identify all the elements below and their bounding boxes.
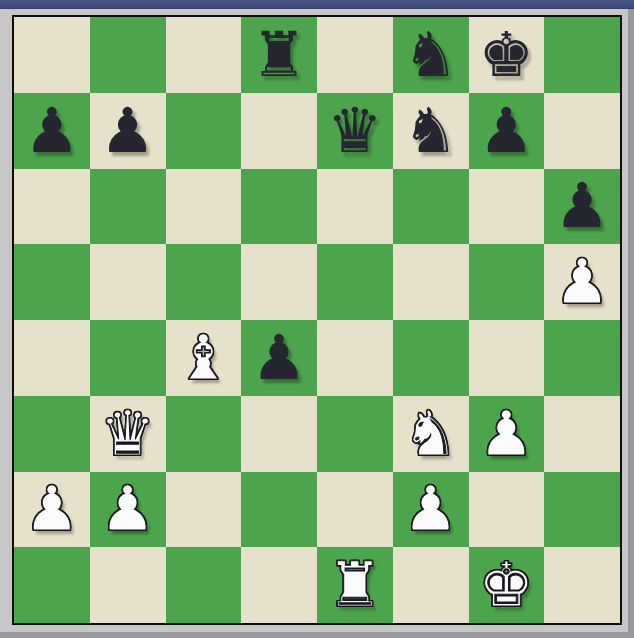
square-c1[interactable] bbox=[166, 547, 242, 623]
square-f8[interactable]: ♞ bbox=[393, 17, 469, 93]
square-c8[interactable] bbox=[166, 17, 242, 93]
black-pawn[interactable]: ♟ bbox=[554, 175, 610, 237]
square-h7[interactable] bbox=[544, 93, 620, 169]
square-e2[interactable] bbox=[317, 472, 393, 548]
square-c7[interactable] bbox=[166, 93, 242, 169]
white-pawn[interactable]: ♟ bbox=[403, 478, 459, 540]
black-rook[interactable]: ♜ bbox=[251, 24, 307, 86]
square-b2[interactable]: ♟ bbox=[90, 472, 166, 548]
square-a5[interactable] bbox=[14, 244, 90, 320]
square-f7[interactable]: ♞ bbox=[393, 93, 469, 169]
square-f4[interactable] bbox=[393, 320, 469, 396]
square-d3[interactable] bbox=[241, 396, 317, 472]
square-d5[interactable] bbox=[241, 244, 317, 320]
white-rook[interactable]: ♜ bbox=[327, 554, 383, 616]
square-h1[interactable] bbox=[544, 547, 620, 623]
square-b6[interactable] bbox=[90, 169, 166, 245]
square-e4[interactable] bbox=[317, 320, 393, 396]
square-b8[interactable] bbox=[90, 17, 166, 93]
square-h5[interactable]: ♟ bbox=[544, 244, 620, 320]
square-a2[interactable]: ♟ bbox=[14, 472, 90, 548]
square-a4[interactable] bbox=[14, 320, 90, 396]
board-frame: ♜♞♚♟♟♛♞♟♟♟♝♟♛♞♟♟♟♟♜♚ bbox=[0, 9, 634, 638]
square-a8[interactable] bbox=[14, 17, 90, 93]
square-d4[interactable]: ♟ bbox=[241, 320, 317, 396]
square-b3[interactable]: ♛ bbox=[90, 396, 166, 472]
square-d8[interactable]: ♜ bbox=[241, 17, 317, 93]
square-c2[interactable] bbox=[166, 472, 242, 548]
black-pawn[interactable]: ♟ bbox=[479, 100, 535, 162]
square-e3[interactable] bbox=[317, 396, 393, 472]
black-pawn[interactable]: ♟ bbox=[251, 327, 307, 389]
white-bishop[interactable]: ♝ bbox=[176, 327, 232, 389]
square-a3[interactable] bbox=[14, 396, 90, 472]
square-d2[interactable] bbox=[241, 472, 317, 548]
square-b5[interactable] bbox=[90, 244, 166, 320]
white-knight[interactable]: ♞ bbox=[403, 403, 459, 465]
square-e6[interactable] bbox=[317, 169, 393, 245]
white-pawn[interactable]: ♟ bbox=[554, 251, 610, 313]
white-pawn[interactable]: ♟ bbox=[100, 478, 156, 540]
square-g3[interactable]: ♟ bbox=[469, 396, 545, 472]
square-c4[interactable]: ♝ bbox=[166, 320, 242, 396]
square-b1[interactable] bbox=[90, 547, 166, 623]
square-h6[interactable]: ♟ bbox=[544, 169, 620, 245]
square-g2[interactable] bbox=[469, 472, 545, 548]
square-f1[interactable] bbox=[393, 547, 469, 623]
square-a1[interactable] bbox=[14, 547, 90, 623]
square-g5[interactable] bbox=[469, 244, 545, 320]
square-e7[interactable]: ♛ bbox=[317, 93, 393, 169]
square-c6[interactable] bbox=[166, 169, 242, 245]
black-queen[interactable]: ♛ bbox=[327, 100, 383, 162]
black-knight[interactable]: ♞ bbox=[403, 24, 459, 86]
square-f6[interactable] bbox=[393, 169, 469, 245]
square-b7[interactable]: ♟ bbox=[90, 93, 166, 169]
white-king[interactable]: ♚ bbox=[479, 554, 535, 616]
square-h4[interactable] bbox=[544, 320, 620, 396]
square-f2[interactable]: ♟ bbox=[393, 472, 469, 548]
square-h2[interactable] bbox=[544, 472, 620, 548]
square-g1[interactable]: ♚ bbox=[469, 547, 545, 623]
square-a6[interactable] bbox=[14, 169, 90, 245]
square-e1[interactable]: ♜ bbox=[317, 547, 393, 623]
white-queen[interactable]: ♛ bbox=[100, 403, 156, 465]
square-g4[interactable] bbox=[469, 320, 545, 396]
black-knight[interactable]: ♞ bbox=[403, 100, 459, 162]
square-c5[interactable] bbox=[166, 244, 242, 320]
square-g8[interactable]: ♚ bbox=[469, 17, 545, 93]
chess-board: ♜♞♚♟♟♛♞♟♟♟♝♟♛♞♟♟♟♟♜♚ bbox=[12, 15, 622, 625]
window-titlebar bbox=[0, 0, 634, 9]
square-d7[interactable] bbox=[241, 93, 317, 169]
square-a7[interactable]: ♟ bbox=[14, 93, 90, 169]
black-pawn[interactable]: ♟ bbox=[100, 100, 156, 162]
square-g7[interactable]: ♟ bbox=[469, 93, 545, 169]
square-f5[interactable] bbox=[393, 244, 469, 320]
black-king[interactable]: ♚ bbox=[479, 24, 535, 86]
square-d1[interactable] bbox=[241, 547, 317, 623]
square-h3[interactable] bbox=[544, 396, 620, 472]
square-h8[interactable] bbox=[544, 17, 620, 93]
square-e5[interactable] bbox=[317, 244, 393, 320]
square-d6[interactable] bbox=[241, 169, 317, 245]
square-c3[interactable] bbox=[166, 396, 242, 472]
square-b4[interactable] bbox=[90, 320, 166, 396]
black-pawn[interactable]: ♟ bbox=[24, 100, 80, 162]
square-g6[interactable] bbox=[469, 169, 545, 245]
white-pawn[interactable]: ♟ bbox=[24, 478, 80, 540]
white-pawn[interactable]: ♟ bbox=[479, 403, 535, 465]
square-e8[interactable] bbox=[317, 17, 393, 93]
square-f3[interactable]: ♞ bbox=[393, 396, 469, 472]
